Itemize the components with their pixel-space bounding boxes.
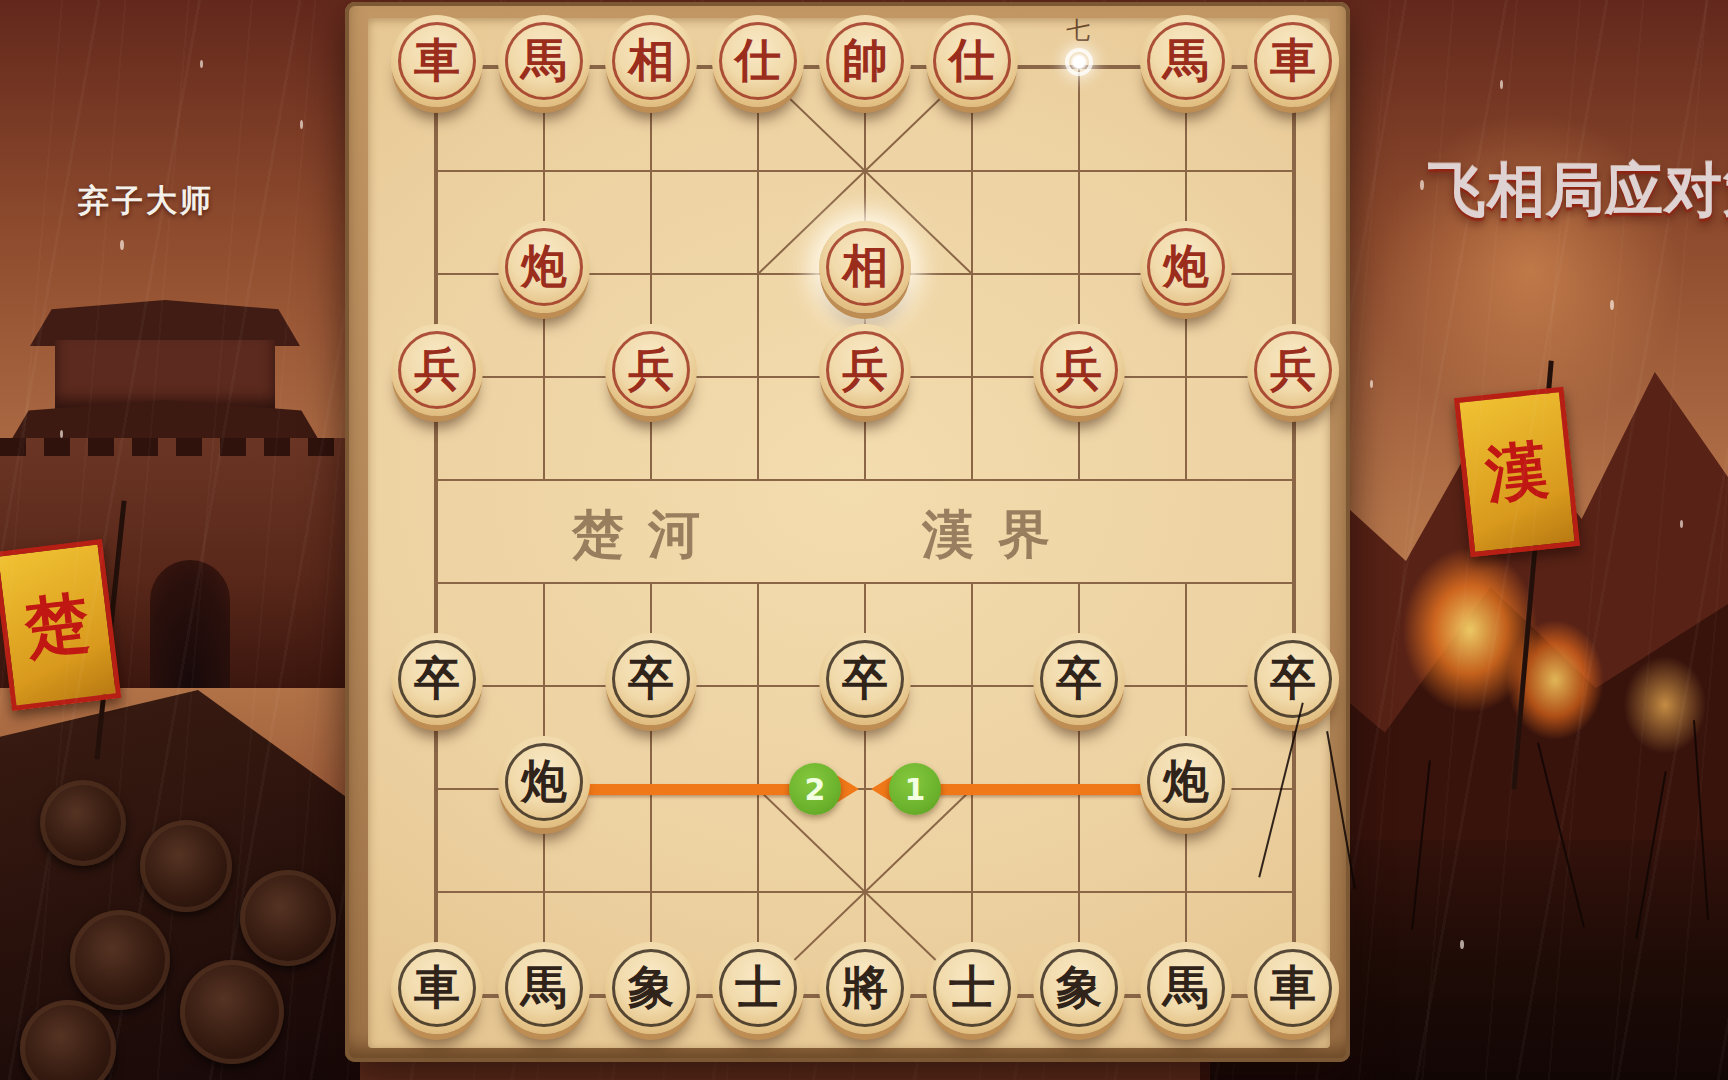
piece-character: 車 [1270, 964, 1316, 1010]
light-speck [300, 120, 303, 129]
move-number-badge: 2 [789, 763, 841, 815]
light-speck [1420, 180, 1424, 190]
piece-character: 兵 [414, 346, 460, 392]
piece-character: 象 [1056, 964, 1102, 1010]
light-speck [1500, 80, 1503, 89]
piece-character: 卒 [628, 655, 674, 701]
shield-icon [140, 820, 232, 912]
piece-character: 仕 [949, 37, 995, 83]
piece-red-仕[interactable]: 仕 [926, 15, 1018, 107]
piece-character: 車 [1270, 37, 1316, 83]
light-speck [200, 60, 203, 68]
piece-character: 炮 [1163, 243, 1209, 289]
file-number-label: 七 [1066, 14, 1090, 46]
shield-icon [70, 910, 170, 1010]
piece-character: 兵 [1270, 346, 1316, 392]
light-speck [120, 240, 124, 250]
video-title-right: 飞相局应对策略 [1428, 152, 1728, 230]
piece-black-將[interactable]: 將 [819, 942, 911, 1034]
shield-icon [40, 780, 126, 866]
river-label-han: 漢界 [922, 500, 1074, 570]
piece-black-馬[interactable]: 馬 [498, 942, 590, 1034]
piece-character: 馬 [521, 37, 567, 83]
piece-red-兵[interactable]: 兵 [391, 324, 483, 416]
piece-character: 炮 [521, 758, 567, 804]
piece-red-車[interactable]: 車 [391, 15, 483, 107]
piece-red-兵[interactable]: 兵 [605, 324, 697, 416]
page: { "game": "xiangqi", "overlay": { "title… [0, 0, 1728, 1080]
move-number-badge: 1 [889, 763, 941, 815]
piece-black-卒[interactable]: 卒 [1033, 633, 1125, 725]
move-arrow [549, 784, 825, 795]
piece-black-卒[interactable]: 卒 [819, 633, 911, 725]
piece-black-象[interactable]: 象 [605, 942, 697, 1034]
piece-red-兵[interactable]: 兵 [1033, 324, 1125, 416]
piece-character: 將 [842, 964, 888, 1010]
piece-red-車[interactable]: 車 [1247, 15, 1339, 107]
piece-black-卒[interactable]: 卒 [1247, 633, 1339, 725]
piece-character: 馬 [1163, 964, 1209, 1010]
piece-character: 卒 [1056, 655, 1102, 701]
piece-red-兵[interactable]: 兵 [819, 324, 911, 416]
light-speck [1370, 380, 1373, 388]
piece-black-馬[interactable]: 馬 [1140, 942, 1232, 1034]
piece-black-卒[interactable]: 卒 [391, 633, 483, 725]
board-grid [437, 68, 1293, 995]
piece-character: 兵 [1056, 346, 1102, 392]
light-speck [1610, 300, 1614, 310]
piece-character: 炮 [1163, 758, 1209, 804]
piece-character: 卒 [842, 655, 888, 701]
piece-character: 兵 [842, 346, 888, 392]
piece-red-帥[interactable]: 帥 [819, 15, 911, 107]
piece-red-炮[interactable]: 炮 [1140, 221, 1232, 313]
piece-red-馬[interactable]: 馬 [498, 15, 590, 107]
piece-black-車[interactable]: 車 [1247, 942, 1339, 1034]
piece-character: 車 [414, 37, 460, 83]
piece-black-士[interactable]: 士 [712, 942, 804, 1034]
piece-character: 士 [735, 964, 781, 1010]
piece-character: 馬 [1163, 37, 1209, 83]
piece-character: 相 [842, 243, 888, 289]
piece-character: 車 [414, 964, 460, 1010]
piece-character: 炮 [521, 243, 567, 289]
piece-character: 象 [628, 964, 674, 1010]
piece-black-車[interactable]: 車 [391, 942, 483, 1034]
piece-red-相[interactable]: 相 [819, 221, 911, 313]
piece-character: 兵 [628, 346, 674, 392]
piece-red-相[interactable]: 相 [605, 15, 697, 107]
shield-icon [240, 870, 336, 966]
piece-character: 帥 [842, 37, 888, 83]
piece-black-士[interactable]: 士 [926, 942, 1018, 1034]
piece-character: 馬 [521, 964, 567, 1010]
piece-red-炮[interactable]: 炮 [498, 221, 590, 313]
piece-character: 仕 [735, 37, 781, 83]
last-move-origin-marker[interactable] [1069, 52, 1089, 72]
river-label-chu: 楚河 [572, 500, 724, 570]
piece-black-炮[interactable]: 炮 [1140, 736, 1232, 828]
shield-icon [180, 960, 284, 1064]
piece-black-象[interactable]: 象 [1033, 942, 1125, 1034]
piece-black-炮[interactable]: 炮 [498, 736, 590, 828]
piece-red-兵[interactable]: 兵 [1247, 324, 1339, 416]
light-speck [1460, 940, 1464, 949]
piece-character: 卒 [1270, 655, 1316, 701]
piece-character: 士 [949, 964, 995, 1010]
piece-red-馬[interactable]: 馬 [1140, 15, 1232, 107]
watermark-title-left: 弃子大师 [78, 180, 214, 222]
piece-red-仕[interactable]: 仕 [712, 15, 804, 107]
piece-character: 卒 [414, 655, 460, 701]
light-speck [1680, 520, 1683, 528]
piece-character: 相 [628, 37, 674, 83]
piece-black-卒[interactable]: 卒 [605, 633, 697, 725]
light-speck [60, 430, 63, 438]
